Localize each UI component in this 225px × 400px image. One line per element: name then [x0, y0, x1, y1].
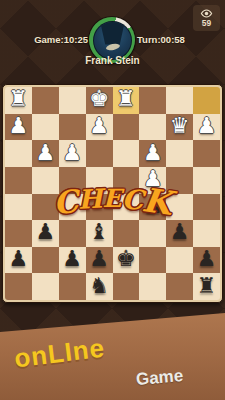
- square-b6[interactable]: ♟: [166, 220, 193, 247]
- piece-wP[interactable]: ♟: [89, 115, 109, 137]
- square-g1[interactable]: [32, 87, 59, 114]
- square-c3[interactable]: ♟: [139, 140, 166, 167]
- piece-wP[interactable]: ♟: [197, 115, 217, 137]
- square-h6[interactable]: [5, 220, 32, 247]
- piece-bP[interactable]: ♟: [35, 221, 55, 243]
- square-f3[interactable]: ♟: [59, 140, 86, 167]
- square-a5[interactable]: [193, 194, 220, 221]
- square-g3[interactable]: ♟: [32, 140, 59, 167]
- square-b5[interactable]: [166, 194, 193, 221]
- square-h2[interactable]: ♟: [5, 114, 32, 141]
- square-f1[interactable]: [59, 87, 86, 114]
- banner-online-text: onLIne: [12, 333, 106, 375]
- square-a2[interactable]: ♟: [193, 114, 220, 141]
- square-e7[interactable]: ♟: [86, 247, 113, 274]
- square-a6[interactable]: [193, 220, 220, 247]
- square-b4[interactable]: [166, 167, 193, 194]
- square-g8[interactable]: [32, 273, 59, 300]
- piece-wP[interactable]: ♟: [62, 142, 82, 164]
- square-f8[interactable]: [59, 273, 86, 300]
- square-h4[interactable]: [5, 167, 32, 194]
- piece-bB[interactable]: ♝: [89, 221, 109, 243]
- square-d1[interactable]: ♜: [113, 87, 140, 114]
- piece-wP[interactable]: ♟: [35, 142, 55, 164]
- chess-board: ♜♚♜♟♟♛♟♟♟♟♟♟♟♝♟♟♟♟♚♟♞♜: [5, 87, 220, 300]
- avatar-hood-shape: [100, 21, 126, 45]
- square-h3[interactable]: [5, 140, 32, 167]
- square-c7[interactable]: [139, 247, 166, 274]
- square-e6[interactable]: ♝: [86, 220, 113, 247]
- board-frame: ♜♚♜♟♟♛♟♟♟♟♟♟♟♝♟♟♟♟♚♟♞♜: [2, 84, 223, 303]
- square-h5[interactable]: [5, 194, 32, 221]
- piece-wP[interactable]: ♟: [9, 115, 29, 137]
- opponent-name: Frank Stein: [0, 55, 225, 66]
- square-h7[interactable]: ♟: [5, 247, 32, 274]
- square-b8[interactable]: [166, 273, 193, 300]
- square-a8[interactable]: ♜: [193, 273, 220, 300]
- piece-wR[interactable]: ♜: [9, 88, 29, 110]
- piece-bR[interactable]: ♜: [197, 275, 217, 297]
- square-a7[interactable]: ♟: [193, 247, 220, 274]
- square-f7[interactable]: ♟: [59, 247, 86, 274]
- square-d2[interactable]: [113, 114, 140, 141]
- square-g5[interactable]: [32, 194, 59, 221]
- piece-bK[interactable]: ♚: [116, 248, 136, 270]
- square-b7[interactable]: [166, 247, 193, 274]
- square-e5[interactable]: [86, 194, 113, 221]
- square-b3[interactable]: [166, 140, 193, 167]
- square-c6[interactable]: [139, 220, 166, 247]
- square-h8[interactable]: [5, 273, 32, 300]
- piece-bP[interactable]: ♟: [89, 248, 109, 270]
- square-g6[interactable]: ♟: [32, 220, 59, 247]
- piece-bN[interactable]: ♞: [89, 275, 109, 297]
- square-c4[interactable]: ♟: [139, 167, 166, 194]
- square-c5[interactable]: ♟: [139, 194, 166, 221]
- square-b1[interactable]: [166, 87, 193, 114]
- square-e3[interactable]: [86, 140, 113, 167]
- piece-bP[interactable]: ♟: [170, 221, 190, 243]
- square-g2[interactable]: [32, 114, 59, 141]
- square-d3[interactable]: [113, 140, 140, 167]
- square-f4[interactable]: [59, 167, 86, 194]
- square-f2[interactable]: [59, 114, 86, 141]
- square-g7[interactable]: [32, 247, 59, 274]
- square-a3[interactable]: [193, 140, 220, 167]
- square-d8[interactable]: [113, 273, 140, 300]
- square-a1[interactable]: [193, 87, 220, 114]
- chess-online-screen: 59 Game:10:25 Turn:00:58 Frank Stein ♜♚♜…: [0, 0, 225, 400]
- square-d7[interactable]: ♚: [113, 247, 140, 274]
- banner-game-text: Game: [135, 366, 184, 390]
- square-e1[interactable]: ♚: [86, 87, 113, 114]
- square-d5[interactable]: [113, 194, 140, 221]
- piece-bP[interactable]: ♟: [143, 195, 163, 217]
- square-f5[interactable]: [59, 194, 86, 221]
- square-e4[interactable]: [86, 167, 113, 194]
- piece-bP[interactable]: ♟: [9, 248, 29, 270]
- game-timer: Game:10:25: [0, 34, 88, 45]
- square-e8[interactable]: ♞: [86, 273, 113, 300]
- bottom-banner: onLIne Game: [0, 300, 225, 400]
- turn-timer: Turn:00:58: [137, 34, 185, 45]
- piece-wP[interactable]: ♟: [143, 168, 163, 190]
- square-a4[interactable]: [193, 167, 220, 194]
- square-e2[interactable]: ♟: [86, 114, 113, 141]
- watchers-count: 59: [202, 19, 211, 27]
- square-h1[interactable]: ♜: [5, 87, 32, 114]
- square-c2[interactable]: [139, 114, 166, 141]
- piece-wK[interactable]: ♚: [89, 88, 109, 110]
- piece-wQ[interactable]: ♛: [170, 115, 190, 137]
- square-d4[interactable]: [113, 167, 140, 194]
- square-d6[interactable]: [113, 220, 140, 247]
- square-b2[interactable]: ♛: [166, 114, 193, 141]
- square-c8[interactable]: [139, 273, 166, 300]
- square-g4[interactable]: [32, 167, 59, 194]
- piece-bP[interactable]: ♟: [197, 248, 217, 270]
- square-c1[interactable]: [139, 87, 166, 114]
- square-f6[interactable]: [59, 220, 86, 247]
- watchers-badge[interactable]: 59: [193, 5, 220, 31]
- piece-wR[interactable]: ♜: [116, 88, 136, 110]
- eye-icon: [200, 9, 213, 18]
- piece-bP[interactable]: ♟: [62, 248, 82, 270]
- avatar-image: [93, 21, 132, 60]
- piece-wP[interactable]: ♟: [143, 142, 163, 164]
